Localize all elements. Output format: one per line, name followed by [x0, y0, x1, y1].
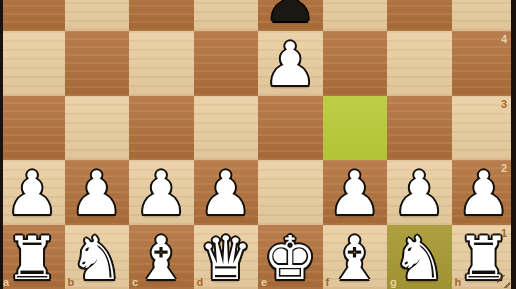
board-border-left: [0, 0, 3, 289]
square-f2[interactable]: ♟: [323, 160, 388, 225]
white-rook-a1[interactable]: ♜: [0, 225, 65, 289]
rank-label-4: 4: [501, 34, 507, 45]
board-border-right: [511, 0, 516, 289]
square-e4[interactable]: ♟: [258, 31, 323, 96]
square-a4[interactable]: [0, 31, 65, 96]
square-h4[interactable]: 4: [452, 31, 516, 96]
white-bishop-c1[interactable]: ♝: [129, 225, 194, 289]
square-c5[interactable]: [129, 0, 194, 31]
black-pawn-e5[interactable]: ♟: [258, 0, 323, 31]
chess-board: ♟♟43♟♟♟♟♟♟♟2♜a♞b♝c♛d♚e♝f♞g♜h1: [0, 0, 516, 289]
square-g4[interactable]: [387, 31, 452, 96]
square-b4[interactable]: [65, 31, 130, 96]
square-d2[interactable]: ♟: [194, 160, 259, 225]
white-pawn-d2[interactable]: ♟: [194, 160, 259, 225]
white-king-e1[interactable]: ♚: [258, 225, 323, 289]
board-frame: ♟♟43♟♟♟♟♟♟♟2♜a♞b♝c♛d♚e♝f♞g♜h1: [0, 0, 516, 289]
file-label-h: h: [455, 277, 462, 288]
file-label-g: g: [390, 277, 397, 288]
square-f4[interactable]: [323, 31, 388, 96]
white-pawn-e4[interactable]: ♟: [258, 31, 323, 96]
white-pawn-b2[interactable]: ♟: [65, 160, 130, 225]
square-g5[interactable]: [387, 0, 452, 31]
square-b5[interactable]: [65, 0, 130, 31]
square-e2[interactable]: [258, 160, 323, 225]
rank-label-2: 2: [501, 163, 507, 174]
square-f1[interactable]: ♝f: [323, 225, 388, 289]
square-b3[interactable]: [65, 96, 130, 161]
rank-label-3: 3: [501, 99, 507, 110]
square-d1[interactable]: ♛d: [194, 225, 259, 289]
white-pawn-a2[interactable]: ♟: [0, 160, 65, 225]
square-a3[interactable]: [0, 96, 65, 161]
file-label-c: c: [132, 277, 138, 288]
white-pawn-g2[interactable]: ♟: [387, 160, 452, 225]
square-e1[interactable]: ♚e: [258, 225, 323, 289]
square-a1[interactable]: ♜a: [0, 225, 65, 289]
file-label-f: f: [326, 277, 330, 288]
square-c4[interactable]: [129, 31, 194, 96]
white-pawn-f2[interactable]: ♟: [323, 160, 388, 225]
square-b1[interactable]: ♞b: [65, 225, 130, 289]
square-g2[interactable]: ♟: [387, 160, 452, 225]
square-e5[interactable]: ♟: [258, 0, 323, 31]
square-d4[interactable]: [194, 31, 259, 96]
square-d3[interactable]: [194, 96, 259, 161]
square-a5[interactable]: [0, 0, 65, 31]
file-label-a: a: [3, 277, 9, 288]
board-resize-handle[interactable]: [497, 275, 510, 288]
square-g1[interactable]: ♞g: [387, 225, 452, 289]
square-h3[interactable]: 3: [452, 96, 516, 161]
square-h5[interactable]: [452, 0, 516, 31]
square-c3[interactable]: [129, 96, 194, 161]
white-pawn-c2[interactable]: ♟: [129, 160, 194, 225]
square-e3[interactable]: [258, 96, 323, 161]
square-c2[interactable]: ♟: [129, 160, 194, 225]
square-h2[interactable]: ♟2: [452, 160, 516, 225]
square-c1[interactable]: ♝c: [129, 225, 194, 289]
square-f3[interactable]: [323, 96, 388, 161]
square-f5[interactable]: [323, 0, 388, 31]
square-d5[interactable]: [194, 0, 259, 31]
file-label-d: d: [197, 277, 204, 288]
rank-label-1: 1: [501, 228, 507, 239]
square-a2[interactable]: ♟: [0, 160, 65, 225]
square-b2[interactable]: ♟: [65, 160, 130, 225]
white-bishop-f1[interactable]: ♝: [323, 225, 388, 289]
square-g3[interactable]: [387, 96, 452, 161]
file-label-b: b: [68, 277, 75, 288]
file-label-e: e: [261, 277, 267, 288]
